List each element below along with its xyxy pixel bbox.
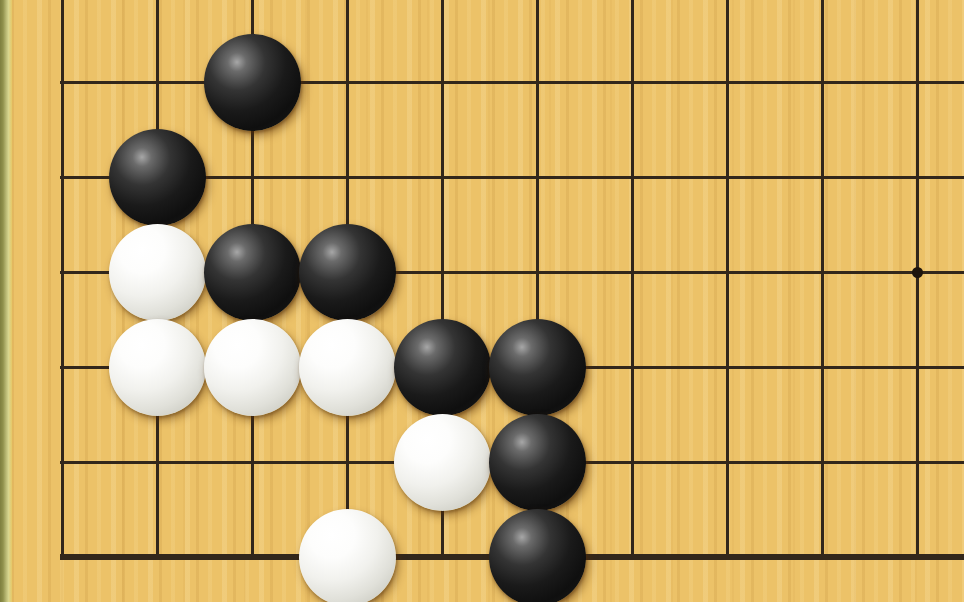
- grid-line-v-K: [916, 0, 919, 560]
- star-point-K4: [912, 267, 923, 278]
- stone-black-F2[interactable]: [489, 414, 586, 511]
- grid-line-v-H: [726, 0, 729, 560]
- stone-black-D4[interactable]: [299, 224, 396, 321]
- stone-black-F1[interactable]: [489, 509, 586, 602]
- stone-white-B3[interactable]: [109, 319, 206, 416]
- stone-black-E3[interactable]: [394, 319, 491, 416]
- grid-line-h-row6: [60, 81, 964, 84]
- grid-line-v-G: [631, 0, 634, 560]
- stone-black-C6[interactable]: [204, 34, 301, 131]
- stone-white-C3[interactable]: [204, 319, 301, 416]
- go-board[interactable]: [0, 0, 964, 602]
- grid-line-v-J: [821, 0, 824, 560]
- stone-white-D1[interactable]: [299, 509, 396, 602]
- stone-black-C4[interactable]: [204, 224, 301, 321]
- stone-white-B4[interactable]: [109, 224, 206, 321]
- stone-black-B5[interactable]: [109, 129, 206, 226]
- left-edge-strip: [0, 0, 12, 602]
- stone-white-E2[interactable]: [394, 414, 491, 511]
- stone-black-F3[interactable]: [489, 319, 586, 416]
- grid-line-v-A: [61, 0, 64, 560]
- stone-white-D3[interactable]: [299, 319, 396, 416]
